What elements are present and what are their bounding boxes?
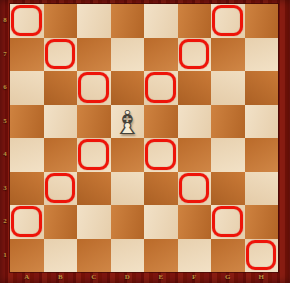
- square-c6[interactable]: [77, 71, 111, 105]
- square-d8[interactable]: [111, 4, 145, 38]
- square-c4[interactable]: [77, 138, 111, 172]
- rank-label-4: 4: [0, 138, 10, 172]
- rank-label-7: 7: [0, 38, 10, 72]
- file-label-f: F: [178, 272, 212, 283]
- file-label-d: D: [111, 272, 145, 283]
- square-f2[interactable]: [178, 205, 212, 239]
- square-f8[interactable]: [178, 4, 212, 38]
- square-f5[interactable]: [178, 105, 212, 139]
- square-b1[interactable]: [44, 239, 78, 273]
- square-h6[interactable]: [245, 71, 279, 105]
- square-g5[interactable]: [211, 105, 245, 139]
- square-g1[interactable]: [211, 239, 245, 273]
- square-b3[interactable]: [44, 172, 78, 206]
- square-g6[interactable]: [211, 71, 245, 105]
- square-a8[interactable]: [10, 4, 44, 38]
- square-g8[interactable]: [211, 4, 245, 38]
- square-h7[interactable]: [245, 38, 279, 72]
- chess-board: ♝♗: [10, 4, 278, 272]
- rank-label-8: 8: [0, 4, 10, 38]
- square-g4[interactable]: [211, 138, 245, 172]
- chess-widget: ♝♗ 87654321ABCDEFGH: [0, 0, 290, 283]
- legal-move-highlight-c6: [78, 72, 109, 103]
- square-a3[interactable]: [10, 172, 44, 206]
- square-a2[interactable]: [10, 205, 44, 239]
- legal-move-highlight-a2: [11, 206, 42, 237]
- square-b5[interactable]: [44, 105, 78, 139]
- square-f6[interactable]: [178, 71, 212, 105]
- square-e4[interactable]: [144, 138, 178, 172]
- square-c2[interactable]: [77, 205, 111, 239]
- file-label-e: E: [144, 272, 178, 283]
- square-c5[interactable]: [77, 105, 111, 139]
- square-f7[interactable]: [178, 38, 212, 72]
- legal-move-highlight-g8: [212, 5, 243, 36]
- square-e7[interactable]: [144, 38, 178, 72]
- file-label-a: A: [10, 272, 44, 283]
- square-a4[interactable]: [10, 138, 44, 172]
- legal-move-highlight-b3: [45, 173, 76, 204]
- file-label-h: H: [245, 272, 279, 283]
- square-f4[interactable]: [178, 138, 212, 172]
- square-d1[interactable]: [111, 239, 145, 273]
- square-a5[interactable]: [10, 105, 44, 139]
- rank-label-5: 5: [0, 105, 10, 139]
- square-f3[interactable]: [178, 172, 212, 206]
- legal-move-highlight-c4: [78, 139, 109, 170]
- square-h8[interactable]: [245, 4, 279, 38]
- square-h4[interactable]: [245, 138, 279, 172]
- square-d3[interactable]: [111, 172, 145, 206]
- square-d7[interactable]: [111, 38, 145, 72]
- legal-move-highlight-a8: [11, 5, 42, 36]
- legal-move-highlight-g2: [212, 206, 243, 237]
- square-h5[interactable]: [245, 105, 279, 139]
- square-b2[interactable]: [44, 205, 78, 239]
- square-e8[interactable]: [144, 4, 178, 38]
- legal-move-highlight-h1: [246, 240, 277, 271]
- square-c3[interactable]: [77, 172, 111, 206]
- file-label-b: B: [44, 272, 78, 283]
- square-b6[interactable]: [44, 71, 78, 105]
- square-g2[interactable]: [211, 205, 245, 239]
- square-g3[interactable]: [211, 172, 245, 206]
- rank-label-1: 1: [0, 239, 10, 273]
- square-a7[interactable]: [10, 38, 44, 72]
- legal-move-highlight-f7: [179, 39, 210, 70]
- square-g7[interactable]: [211, 38, 245, 72]
- square-d6[interactable]: [111, 71, 145, 105]
- square-a1[interactable]: [10, 239, 44, 273]
- square-h3[interactable]: [245, 172, 279, 206]
- legal-move-highlight-b7: [45, 39, 76, 70]
- square-e3[interactable]: [144, 172, 178, 206]
- square-e5[interactable]: [144, 105, 178, 139]
- file-label-c: C: [77, 272, 111, 283]
- legal-move-highlight-e6: [145, 72, 176, 103]
- square-f1[interactable]: [178, 239, 212, 273]
- square-c7[interactable]: [77, 38, 111, 72]
- square-a6[interactable]: [10, 71, 44, 105]
- legal-move-highlight-e4: [145, 139, 176, 170]
- rank-label-6: 6: [0, 71, 10, 105]
- square-e6[interactable]: [144, 71, 178, 105]
- square-b4[interactable]: [44, 138, 78, 172]
- white-bishop[interactable]: ♝♗: [111, 105, 145, 139]
- white-bishop-outline: ♗: [111, 106, 145, 140]
- legal-move-highlight-f3: [179, 173, 210, 204]
- rank-label-3: 3: [0, 172, 10, 206]
- square-d2[interactable]: [111, 205, 145, 239]
- square-b8[interactable]: [44, 4, 78, 38]
- file-label-g: G: [211, 272, 245, 283]
- rank-label-2: 2: [0, 205, 10, 239]
- square-e1[interactable]: [144, 239, 178, 273]
- square-h1[interactable]: [245, 239, 279, 273]
- square-d5[interactable]: ♝♗: [111, 105, 145, 139]
- square-e2[interactable]: [144, 205, 178, 239]
- square-h2[interactable]: [245, 205, 279, 239]
- square-d4[interactable]: [111, 138, 145, 172]
- square-c1[interactable]: [77, 239, 111, 273]
- square-b7[interactable]: [44, 38, 78, 72]
- square-c8[interactable]: [77, 4, 111, 38]
